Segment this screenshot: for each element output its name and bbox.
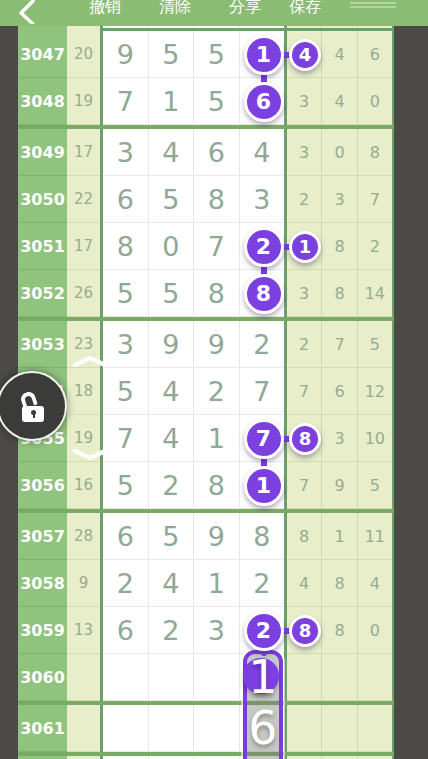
digit-cell[interactable]: 7: [103, 415, 149, 462]
stat-cell: 8: [322, 607, 357, 654]
stat-cell: [322, 654, 357, 701]
table-row: 3052265583814: [18, 270, 394, 317]
digit-cell[interactable]: 9: [149, 321, 195, 368]
trend-marker-main[interactable]: 7: [244, 419, 284, 459]
digit-cell[interactable]: 5: [149, 176, 195, 223]
main-digit-group: 6598: [100, 513, 287, 560]
period-cell: 3058: [18, 560, 67, 607]
stat-group: 275: [287, 321, 394, 368]
table-row: 3061: [18, 705, 394, 752]
digit-cell[interactable]: 2: [194, 368, 240, 415]
stat-cell: 7: [287, 462, 322, 509]
digit-cell[interactable]: 2: [149, 607, 195, 654]
stat-cell: 3: [322, 415, 357, 462]
stat-cell: 4: [322, 78, 357, 125]
sum-cell: 20: [67, 31, 100, 78]
digit-cell[interactable]: 1: [194, 560, 240, 607]
sum-cell: 26: [67, 270, 100, 317]
digit-cell[interactable]: 6: [103, 513, 149, 560]
toolbar-extra-icon[interactable]: [350, 0, 396, 7]
table-row: 304819715340: [18, 78, 394, 125]
digit-cell[interactable]: 5: [149, 270, 195, 317]
sum-cell: 13: [67, 607, 100, 654]
digit-cell[interactable]: 5: [149, 31, 195, 78]
right-side-strip: [394, 24, 428, 759]
digit-cell[interactable]: 7: [240, 368, 285, 415]
share-button[interactable]: 分享: [229, 0, 261, 16]
digit-cell[interactable]: 4: [149, 415, 195, 462]
table-row: 3053233992275: [18, 321, 394, 368]
table-row: 3060: [18, 654, 394, 701]
stat-cell: 8: [322, 560, 357, 607]
digit-cell[interactable]: 5: [103, 462, 149, 509]
stat-group: 484: [287, 560, 394, 607]
stat-cell: 8: [322, 270, 357, 317]
trend-table: 3047209554630481971534030491734643083050…: [18, 26, 394, 759]
digit-cell[interactable]: [149, 705, 195, 752]
back-arrow-icon: [16, 0, 42, 24]
digit-cell[interactable]: 1: [194, 415, 240, 462]
main-digit-group: 6583: [100, 176, 287, 223]
trend-marker-stat[interactable]: 8: [289, 615, 321, 647]
digit-cell[interactable]: 2: [103, 560, 149, 607]
stat-cell: 0: [358, 607, 392, 654]
stat-cell: 5: [358, 462, 392, 509]
table-row: 3050226583237: [18, 176, 394, 223]
digit-cell[interactable]: 9: [103, 31, 149, 78]
digit-cell[interactable]: 7: [194, 223, 240, 270]
table-row: 30541854277612: [18, 368, 394, 415]
trend-marker-main[interactable]: 1: [244, 466, 284, 506]
sum-cell: 17: [67, 129, 100, 176]
sum-cell: 18: [67, 368, 100, 415]
main-digit-group: 5427: [100, 368, 287, 415]
stat-cell: 4: [287, 560, 322, 607]
period-cell: 3051: [18, 223, 67, 270]
stat-cell: 8: [287, 513, 322, 560]
table-row: 30572865988111: [18, 513, 394, 560]
stat-cell: [358, 654, 392, 701]
table-row: 30591362380: [18, 607, 394, 654]
trend-marker-main[interactable]: 8: [244, 274, 284, 314]
back-button[interactable]: [16, 0, 42, 24]
digit-cell[interactable]: 8: [194, 270, 240, 317]
period-cell: 3061: [18, 705, 67, 752]
digit-cell[interactable]: 7: [103, 78, 149, 125]
stat-cell: [322, 705, 357, 752]
stat-cell: 10: [358, 415, 392, 462]
sum-cell: [67, 654, 100, 701]
digit-cell[interactable]: 6: [103, 607, 149, 654]
period-cell: 3049: [18, 129, 67, 176]
digit-cell[interactable]: 8: [194, 176, 240, 223]
stat-group: 795: [287, 462, 394, 509]
picker-current-dot[interactable]: [243, 658, 279, 694]
digit-cell[interactable]: 5: [194, 78, 240, 125]
stat-cell: 2: [287, 321, 322, 368]
sum-cell: 22: [67, 176, 100, 223]
stat-cell: 3: [287, 78, 322, 125]
stat-cell: 8: [322, 223, 357, 270]
main-digit-group: 2412: [100, 560, 287, 607]
stat-group: 7612: [287, 368, 394, 415]
table-row: 305892412484: [18, 560, 394, 607]
digit-cell[interactable]: 5: [103, 270, 149, 317]
digit-cell[interactable]: [149, 654, 195, 701]
stat-cell: 6: [322, 368, 357, 415]
digit-cell[interactable]: 9: [194, 513, 240, 560]
stat-group: [287, 654, 394, 701]
trend-marker-stat[interactable]: 1: [289, 231, 321, 263]
sum-cell: 16: [67, 462, 100, 509]
period-cell: 3060: [18, 654, 67, 701]
table-row: 3049173464308: [18, 129, 394, 176]
stat-cell: 2: [358, 223, 392, 270]
digit-cell[interactable]: 2: [240, 560, 285, 607]
stat-group: 3814: [287, 270, 394, 317]
stat-cell: 4: [358, 560, 392, 607]
digit-cell[interactable]: 4: [149, 368, 195, 415]
period-cell: 3056: [18, 462, 67, 509]
digit-cell[interactable]: 8: [240, 513, 285, 560]
stat-cell: 7: [322, 321, 357, 368]
digit-cell[interactable]: 2: [240, 321, 285, 368]
digit-cell[interactable]: 5: [194, 31, 240, 78]
period-cell: 3059: [18, 607, 67, 654]
stat-cell: 1: [322, 513, 357, 560]
trend-marker-main[interactable]: 6: [244, 82, 284, 122]
digit-cell[interactable]: 4: [240, 129, 285, 176]
stat-cell: 2: [287, 176, 322, 223]
stat-cell: 3: [287, 270, 322, 317]
period-cell: 3053: [18, 321, 67, 368]
digit-cell[interactable]: 3: [240, 176, 285, 223]
main-digit-group: 3992: [100, 321, 287, 368]
stat-group: [287, 705, 394, 752]
table-row: 30472095546: [18, 31, 394, 78]
main-digit-group: 3464: [100, 129, 287, 176]
period-cell: 3050: [18, 176, 67, 223]
trend-marker-stat[interactable]: 4: [289, 39, 321, 71]
stat-cell: 5: [358, 321, 392, 368]
table-row: 305519741310: [18, 415, 394, 462]
digit-cell[interactable]: 1: [149, 78, 195, 125]
lock-button[interactable]: [0, 371, 67, 441]
stat-cell: 3: [287, 129, 322, 176]
sum-cell: 28: [67, 513, 100, 560]
stat-group: 340: [287, 78, 394, 125]
sum-cell: 19: [67, 415, 100, 462]
stat-cell: 0: [358, 78, 392, 125]
period-cell: 3057: [18, 513, 67, 560]
clear-button[interactable]: 清除: [159, 0, 191, 16]
digit-cell[interactable]: [194, 705, 240, 752]
digit-cell[interactable]: 5: [103, 368, 149, 415]
sum-cell: 19: [67, 78, 100, 125]
digit-cell[interactable]: 3: [103, 129, 149, 176]
period-cell: 3052: [18, 270, 67, 317]
stat-cell: 14: [358, 270, 392, 317]
save-button[interactable]: 保存: [289, 0, 321, 16]
digit-cell[interactable]: 0: [149, 223, 195, 270]
digit-cell[interactable]: 5: [149, 513, 195, 560]
stat-cell: 7: [287, 368, 322, 415]
digit-cell[interactable]: 4: [149, 560, 195, 607]
stat-cell: [358, 705, 392, 752]
stat-cell: 7: [358, 176, 392, 223]
digit-cell[interactable]: 4: [149, 129, 195, 176]
stat-cell: [287, 705, 322, 752]
trend-marker-main[interactable]: 2: [244, 611, 284, 651]
sum-cell: 9: [67, 560, 100, 607]
digit-cell[interactable]: 6: [194, 129, 240, 176]
digit-cell[interactable]: 3: [103, 321, 149, 368]
digit-cell[interactable]: 2: [149, 462, 195, 509]
period-cell: 3048: [18, 78, 67, 125]
undo-button[interactable]: 撤销: [89, 0, 121, 16]
stat-cell: 8: [358, 129, 392, 176]
stat-cell: 9: [322, 462, 357, 509]
lottery-trend-screen: 撤销 清除 分享 保存 3047209554630481971534030491…: [0, 0, 428, 759]
digit-cell[interactable]: 9: [194, 321, 240, 368]
digit-cell[interactable]: 8: [194, 462, 240, 509]
stat-group: 8111: [287, 513, 394, 560]
table-row: 305616528795: [18, 462, 394, 509]
sum-cell: 23: [67, 321, 100, 368]
period-cell: 3047: [18, 31, 67, 78]
stat-cell: 11: [358, 513, 392, 560]
digit-cell[interactable]: 6: [103, 176, 149, 223]
stat-group: 308: [287, 129, 394, 176]
stat-group: 237: [287, 176, 394, 223]
sum-cell: 17: [67, 223, 100, 270]
trend-marker-stat[interactable]: 8: [289, 423, 321, 455]
digit-cell[interactable]: 8: [103, 223, 149, 270]
digit-cell[interactable]: [194, 654, 240, 701]
stat-cell: [287, 654, 322, 701]
digit-cell[interactable]: 3: [194, 607, 240, 654]
trend-marker-main[interactable]: 2: [244, 227, 284, 267]
digit-cell[interactable]: [103, 654, 149, 701]
sum-cell: [67, 705, 100, 752]
stat-cell: 4: [322, 31, 357, 78]
stat-cell: 6: [358, 31, 392, 78]
stat-cell: 0: [322, 129, 357, 176]
table-row: 30511780782: [18, 223, 394, 270]
stat-cell: 12: [358, 368, 392, 415]
toolbar: 撤销 清除 分享 保存: [0, 0, 428, 26]
digit-cell[interactable]: [103, 705, 149, 752]
trend-marker-main[interactable]: 1: [244, 35, 284, 75]
stat-cell: 3: [322, 176, 357, 223]
